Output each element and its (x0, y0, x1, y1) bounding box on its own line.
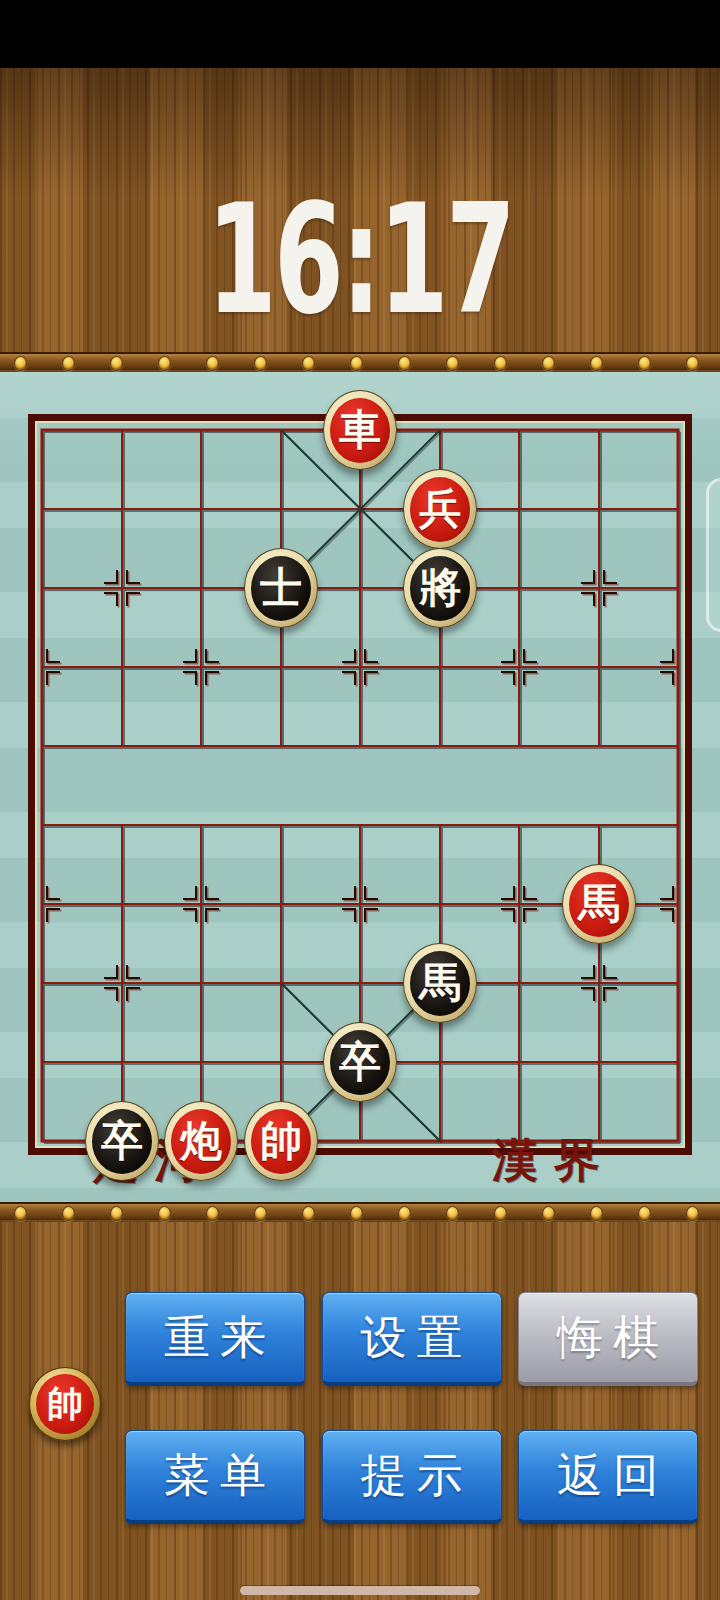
rivet-stud (638, 1206, 651, 1221)
rivet-stud (62, 356, 75, 371)
piece-glyph: 帥 (260, 1120, 302, 1162)
rivet-stud (158, 1206, 171, 1221)
piece-disc: 馬 (569, 872, 629, 937)
status-bar (0, 0, 720, 68)
piece-red-chariot[interactable]: 車 (323, 390, 397, 470)
piece-red-cannon[interactable]: 炮 (164, 1101, 238, 1181)
rivet-stud (206, 1206, 219, 1221)
piece-disc: 卒 (92, 1109, 152, 1174)
rivet-stud (302, 1206, 315, 1221)
piece-disc: 士 (251, 556, 311, 621)
undo-button[interactable]: 悔棋 (518, 1292, 698, 1386)
rivet-stud (206, 356, 219, 371)
piece-disc: 卒 (330, 1030, 390, 1095)
rivet-stud (398, 1206, 411, 1221)
rivet-stud (446, 1206, 459, 1221)
rivet-stud (110, 356, 123, 371)
menu-button[interactable]: 菜单 (125, 1430, 305, 1524)
rivet-stud (494, 1206, 507, 1221)
piece-disc: 帥 (251, 1109, 311, 1174)
piece-glyph: 卒 (101, 1120, 143, 1162)
piece-black-advisor[interactable]: 士 (244, 548, 318, 628)
piece-disc: 兵 (410, 477, 470, 542)
app-screen: 16:17 楚河 漢界 車兵士將馬馬卒卒炮帥 帥 重来 设置 悔棋 菜单 提示 … (0, 0, 720, 1600)
home-indicator[interactable] (240, 1586, 480, 1595)
rivet-stud (62, 1206, 75, 1221)
rivet-stud (686, 356, 699, 371)
rivet-stud (542, 1206, 555, 1221)
rivet-stud (494, 356, 507, 371)
piece-glyph: 馬 (578, 883, 620, 925)
rivet-stud (638, 356, 651, 371)
button-row-top: 重来 设置 悔棋 (125, 1292, 698, 1386)
edge-panel-handle[interactable] (706, 478, 720, 632)
game-timer: 16:17 (122, 192, 597, 328)
piece-glyph: 炮 (180, 1120, 222, 1162)
piece-glyph: 卒 (339, 1041, 381, 1083)
piece-glyph: 車 (339, 409, 381, 451)
piece-glyph: 馬 (419, 962, 461, 1004)
rivet-stud (350, 1206, 363, 1221)
rivet-stud (110, 1206, 123, 1221)
button-row-bottom: 菜单 提示 返回 (125, 1430, 698, 1524)
piece-red-soldier[interactable]: 兵 (403, 469, 477, 549)
rivet-stud (590, 356, 603, 371)
rivet-stud (350, 356, 363, 371)
piece-black-soldier[interactable]: 卒 (85, 1101, 159, 1181)
turn-indicator-glyph: 帥 (47, 1386, 83, 1422)
piece-red-horse[interactable]: 馬 (562, 864, 636, 944)
settings-button[interactable]: 设置 (322, 1292, 502, 1386)
rivet-stud (590, 1206, 603, 1221)
rivet-stud (686, 1206, 699, 1221)
wood-background-bottom (0, 1222, 720, 1600)
rivet-strip-bottom (0, 1202, 720, 1222)
rivet-strip-top (0, 352, 720, 372)
piece-black-general[interactable]: 將 (403, 548, 477, 628)
rivet-stud (254, 1206, 267, 1221)
rivet-stud (398, 356, 411, 371)
back-button[interactable]: 返回 (518, 1430, 698, 1524)
rivet-stud (446, 356, 459, 371)
turn-indicator-badge: 帥 (29, 1367, 101, 1441)
piece-black-horse[interactable]: 馬 (403, 943, 477, 1023)
piece-disc: 馬 (410, 951, 470, 1016)
hint-button[interactable]: 提示 (322, 1430, 502, 1524)
rivet-stud (14, 1206, 27, 1221)
rivet-stud (542, 356, 555, 371)
piece-glyph: 士 (260, 567, 302, 609)
piece-glyph: 兵 (419, 488, 461, 530)
piece-red-general[interactable]: 帥 (244, 1101, 318, 1181)
restart-button[interactable]: 重来 (125, 1292, 305, 1386)
piece-disc: 車 (330, 398, 390, 463)
turn-indicator-disc: 帥 (36, 1374, 94, 1434)
rivet-stud (302, 356, 315, 371)
board-panel: 楚河 漢界 車兵士將馬馬卒卒炮帥 (0, 372, 720, 1202)
piece-disc: 將 (410, 556, 470, 621)
piece-glyph: 將 (419, 567, 461, 609)
piece-disc: 炮 (171, 1109, 231, 1174)
piece-black-soldier[interactable]: 卒 (323, 1022, 397, 1102)
rivet-stud (14, 356, 27, 371)
rivet-stud (254, 356, 267, 371)
rivet-stud (158, 356, 171, 371)
river-label-right: 漢界 (492, 1130, 616, 1192)
